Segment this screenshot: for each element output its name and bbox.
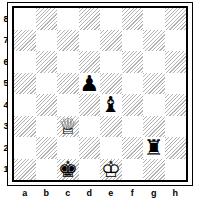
black-king[interactable]: ♚ [57, 159, 79, 181]
square-c5[interactable] [57, 73, 79, 95]
square-a5[interactable] [14, 73, 36, 95]
square-b7[interactable] [36, 30, 58, 52]
square-g5[interactable] [143, 73, 165, 95]
square-a3[interactable] [14, 116, 36, 138]
black-bishop-glyph: ♝ [100, 94, 122, 116]
square-h1[interactable] [165, 159, 187, 181]
square-c6[interactable] [57, 51, 79, 73]
square-f4[interactable] [122, 94, 144, 116]
file-label-f: f [122, 188, 144, 200]
square-c3[interactable]: ♛♕ [57, 116, 79, 138]
square-e5[interactable] [100, 73, 122, 95]
square-c1[interactable]: ♚ [57, 159, 79, 181]
square-b2[interactable] [36, 137, 58, 159]
square-b1[interactable] [36, 159, 58, 181]
square-d6[interactable] [79, 51, 101, 73]
square-a4[interactable] [14, 94, 36, 116]
square-h7[interactable] [165, 30, 187, 52]
square-f6[interactable] [122, 51, 144, 73]
square-e2[interactable] [100, 137, 122, 159]
white-queen-glyph: ♕ [57, 116, 79, 138]
square-f8[interactable] [122, 8, 144, 30]
black-pawn-glyph: ♟ [79, 73, 101, 95]
square-g2[interactable]: ♜ [143, 137, 165, 159]
square-h4[interactable] [165, 94, 187, 116]
square-g8[interactable] [143, 8, 165, 30]
file-label-g: g [143, 188, 165, 200]
square-e6[interactable] [100, 51, 122, 73]
file-labels: abcdefgh [14, 188, 186, 200]
square-c2[interactable] [57, 137, 79, 159]
square-g3[interactable] [143, 116, 165, 138]
square-b6[interactable] [36, 51, 58, 73]
square-a7[interactable] [14, 30, 36, 52]
square-c8[interactable] [57, 8, 79, 30]
square-f1[interactable] [122, 159, 144, 181]
square-b4[interactable] [36, 94, 58, 116]
square-c7[interactable] [57, 30, 79, 52]
square-a6[interactable] [14, 51, 36, 73]
square-b5[interactable] [36, 73, 58, 95]
square-e1[interactable]: ♚♔ [100, 159, 122, 181]
board-inner-border: ♟♝♛♕♜♚♚♔ [12, 6, 188, 182]
square-h8[interactable] [165, 8, 187, 30]
white-king[interactable]: ♚♔ [100, 159, 122, 181]
square-d5[interactable]: ♟ [79, 73, 101, 95]
chess-diagram: 87654321 ♟♝♛♕♜♚♚♔ abcdefgh [0, 0, 200, 204]
white-queen[interactable]: ♛♕ [57, 116, 79, 138]
file-label-b: b [36, 188, 58, 200]
square-d7[interactable] [79, 30, 101, 52]
black-pawn[interactable]: ♟ [79, 73, 101, 95]
square-f2[interactable] [122, 137, 144, 159]
square-b8[interactable] [36, 8, 58, 30]
file-label-e: e [100, 188, 122, 200]
square-e8[interactable] [100, 8, 122, 30]
square-e4[interactable]: ♝ [100, 94, 122, 116]
square-g7[interactable] [143, 30, 165, 52]
square-a2[interactable] [14, 137, 36, 159]
black-rook-glyph: ♜ [143, 137, 165, 159]
square-d2[interactable] [79, 137, 101, 159]
square-f3[interactable] [122, 116, 144, 138]
black-rook[interactable]: ♜ [143, 137, 165, 159]
square-h5[interactable] [165, 73, 187, 95]
white-king-glyph: ♔ [100, 159, 122, 181]
file-label-a: a [14, 188, 36, 200]
square-h6[interactable] [165, 51, 187, 73]
square-g4[interactable] [143, 94, 165, 116]
board-frame: ♟♝♛♕♜♚♚♔ [7, 2, 193, 186]
square-b3[interactable] [36, 116, 58, 138]
square-e7[interactable] [100, 30, 122, 52]
square-h3[interactable] [165, 116, 187, 138]
square-d8[interactable] [79, 8, 101, 30]
square-c4[interactable] [57, 94, 79, 116]
chess-board: ♟♝♛♕♜♚♚♔ [14, 8, 186, 180]
square-d4[interactable] [79, 94, 101, 116]
square-g6[interactable] [143, 51, 165, 73]
square-f7[interactable] [122, 30, 144, 52]
file-label-c: c [57, 188, 79, 200]
square-a8[interactable] [14, 8, 36, 30]
square-g1[interactable] [143, 159, 165, 181]
square-h2[interactable] [165, 137, 187, 159]
square-a1[interactable] [14, 159, 36, 181]
square-d3[interactable] [79, 116, 101, 138]
square-f5[interactable] [122, 73, 144, 95]
black-bishop[interactable]: ♝ [100, 94, 122, 116]
square-e3[interactable] [100, 116, 122, 138]
black-king-glyph: ♚ [57, 159, 79, 181]
file-label-d: d [79, 188, 101, 200]
square-d1[interactable] [79, 159, 101, 181]
file-label-h: h [165, 188, 187, 200]
